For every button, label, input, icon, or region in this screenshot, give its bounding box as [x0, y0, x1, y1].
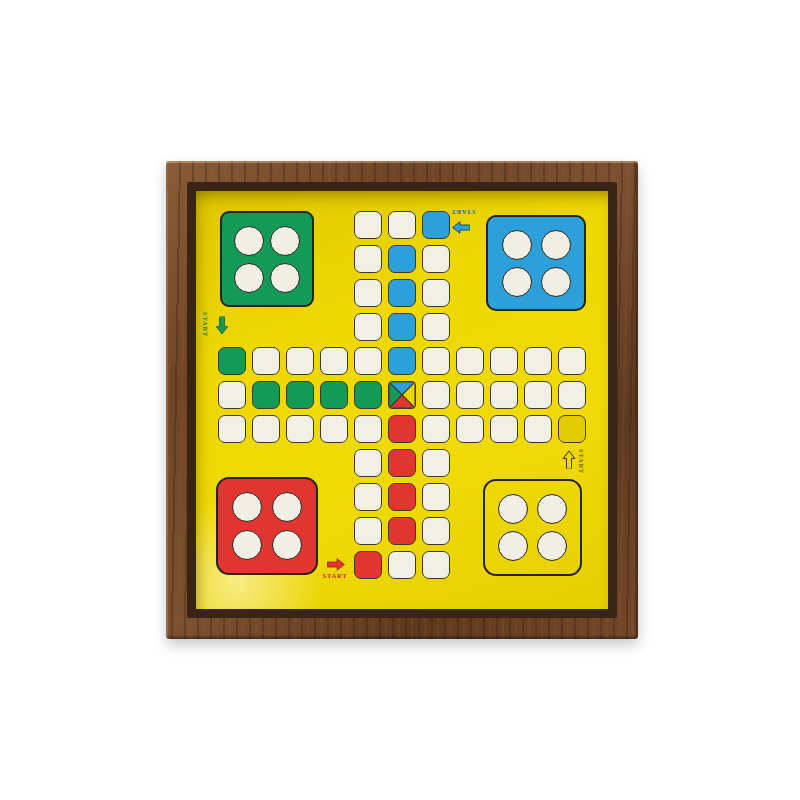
- green-start-arrow-down-icon: [216, 317, 229, 335]
- blue-start-label: START: [449, 208, 477, 215]
- track-cell-r8c7[interactable]: [422, 449, 450, 477]
- track-cell-r5c3[interactable]: [286, 347, 314, 375]
- yellow-start-label: START: [577, 449, 584, 474]
- yellow-start-arrow-up-icon: [563, 451, 576, 469]
- track-cell-r6c9[interactable]: [490, 381, 518, 409]
- track-cell-r5c1[interactable]: [218, 347, 246, 375]
- track-cell-r9c5[interactable]: [354, 483, 382, 511]
- track-cell-r5c11[interactable]: [558, 347, 586, 375]
- track-cell-r6c10[interactable]: [524, 381, 552, 409]
- track-cell-r11c7[interactable]: [422, 551, 450, 579]
- track-cell-r10c6[interactable]: [388, 517, 416, 545]
- wooden-frame: START START START START: [166, 161, 638, 639]
- red-start-arrow-right-icon: [327, 558, 345, 571]
- green-start-label: START: [201, 312, 208, 337]
- track-cell-r7c2[interactable]: [252, 415, 280, 443]
- track-cell-r9c7[interactable]: [422, 483, 450, 511]
- track-cell-r7c9[interactable]: [490, 415, 518, 443]
- track-cell-r7c6[interactable]: [388, 415, 416, 443]
- track-cell-r7c3[interactable]: [286, 415, 314, 443]
- track-cell-r7c8[interactable]: [456, 415, 484, 443]
- track-cell-r5c8[interactable]: [456, 347, 484, 375]
- track-cell-r6c3[interactable]: [286, 381, 314, 409]
- track-cell-r6c5[interactable]: [354, 381, 382, 409]
- ludo-board: START START START START: [196, 191, 608, 609]
- track-cell-r2c7[interactable]: [422, 245, 450, 273]
- track-cell-r8c5[interactable]: [354, 449, 382, 477]
- track-cell-r5c10[interactable]: [524, 347, 552, 375]
- track-cell-r9c6[interactable]: [388, 483, 416, 511]
- track-cell-r7c4[interactable]: [320, 415, 348, 443]
- track-cell-r3c6[interactable]: [388, 279, 416, 307]
- red-start-label: START: [316, 573, 354, 580]
- track-cell-r2c5[interactable]: [354, 245, 382, 273]
- track-cell-r4c7[interactable]: [422, 313, 450, 341]
- frame-inner-lip: START START START START: [187, 182, 617, 618]
- track-cell-r6c11[interactable]: [558, 381, 586, 409]
- track-cell-r6c8[interactable]: [456, 381, 484, 409]
- centre-goal-cell[interactable]: [388, 381, 416, 409]
- track-cell-r4c5[interactable]: [354, 313, 382, 341]
- track-cell-r6c4[interactable]: [320, 381, 348, 409]
- track-cell-r7c7[interactable]: [422, 415, 450, 443]
- track-cell-r7c11[interactable]: [558, 415, 586, 443]
- track-cell-r3c7[interactable]: [422, 279, 450, 307]
- track-cell-r5c4[interactable]: [320, 347, 348, 375]
- track-cell-r5c7[interactable]: [422, 347, 450, 375]
- track-cell-r10c7[interactable]: [422, 517, 450, 545]
- track-cell-r3c5[interactable]: [354, 279, 382, 307]
- track-cell-r7c1[interactable]: [218, 415, 246, 443]
- track-cell-r5c2[interactable]: [252, 347, 280, 375]
- track-cell-r1c5[interactable]: [354, 211, 382, 239]
- track-cell-r2c6[interactable]: [388, 245, 416, 273]
- track-cell-r1c6[interactable]: [388, 211, 416, 239]
- track-cell-r10c5[interactable]: [354, 517, 382, 545]
- track-cell-r5c6[interactable]: [388, 347, 416, 375]
- track-cell-r4c6[interactable]: [388, 313, 416, 341]
- track-cell-r8c6[interactable]: [388, 449, 416, 477]
- track-cell-r5c5[interactable]: [354, 347, 382, 375]
- track-cell-r7c10[interactable]: [524, 415, 552, 443]
- ludo-track: [218, 211, 586, 579]
- track-cell-r11c5[interactable]: [354, 551, 382, 579]
- track-cell-r5c9[interactable]: [490, 347, 518, 375]
- centre-triangles-icon: [389, 382, 415, 408]
- track-cell-r6c1[interactable]: [218, 381, 246, 409]
- track-cell-r6c7[interactable]: [422, 381, 450, 409]
- track-cell-r1c7[interactable]: [422, 211, 450, 239]
- track-cell-r7c5[interactable]: [354, 415, 382, 443]
- blue-start-arrow-left-icon: [452, 221, 470, 234]
- track-cell-r6c2[interactable]: [252, 381, 280, 409]
- track-cell-r11c6[interactable]: [388, 551, 416, 579]
